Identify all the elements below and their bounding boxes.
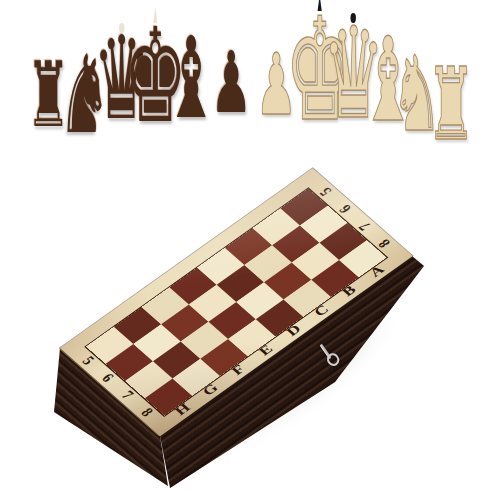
queen-finial-ball-icon [351, 13, 357, 23]
rank-label-right-5: 5 [306, 177, 345, 206]
king-finial-spike-icon [153, 7, 159, 23]
product-photo: HGFEDCBA56785678 ♜♞♛♚♝♟♟♚♛♝♞♜ [0, 0, 500, 500]
rank-label-right-7: 7 [345, 212, 384, 241]
rank-label-right-8: 8 [365, 229, 404, 258]
rank-label-right-6: 6 [326, 194, 365, 223]
piece-dark-pawn: ♟ [210, 40, 252, 125]
piece-light-rook: ♜ [426, 55, 475, 155]
